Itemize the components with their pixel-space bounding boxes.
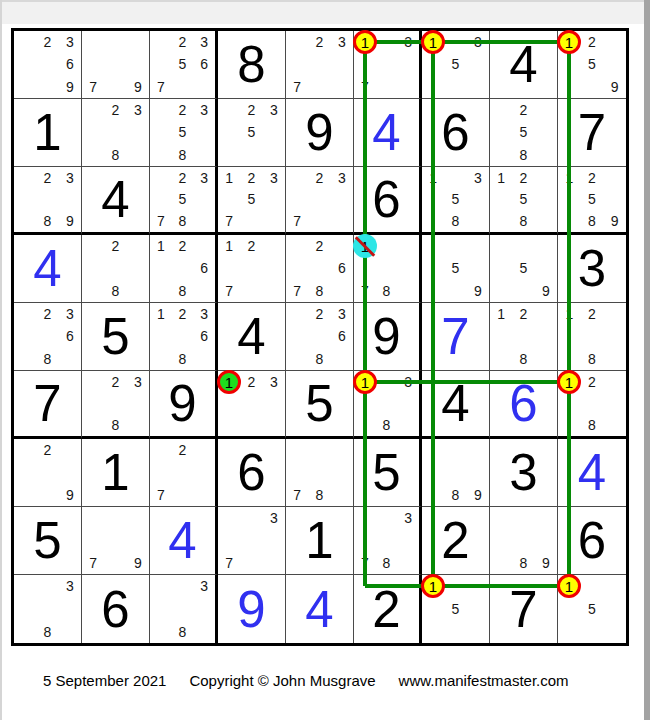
pencil-marks: 1259 — [558, 31, 626, 98]
cell-r1c3: 23567 — [150, 31, 218, 99]
pencil-marks: 127 — [218, 235, 285, 302]
pencil-marks: 123 — [218, 371, 285, 436]
cell-r9c6: 2 — [354, 575, 422, 643]
cell-r8c2: 79 — [82, 507, 150, 575]
given-digit: 8 — [218, 31, 285, 98]
cell-r1c1: 2369 — [14, 31, 82, 99]
pencil-marks: 138 — [354, 371, 419, 436]
cell-r8c5: 1 — [286, 507, 354, 575]
cell-r7c8: 3 — [490, 439, 558, 507]
pencil-marks: 128 — [558, 371, 626, 436]
solved-digit: 9 — [218, 575, 285, 643]
given-digit: 4 — [82, 167, 149, 232]
cell-r7c3: 27 — [150, 439, 218, 507]
cell-r3c5: 237 — [286, 167, 354, 235]
given-digit: 1 — [82, 439, 149, 506]
cell-r8c3: 4 — [150, 507, 218, 575]
given-digit: 6 — [82, 575, 149, 643]
pencil-marks: 235 — [218, 99, 285, 166]
cell-r9c7: 15 — [422, 575, 490, 643]
cell-r6c7: 4 — [422, 371, 490, 439]
cell-r8c7: 2 — [422, 507, 490, 575]
cell-r8c6: 378 — [354, 507, 422, 575]
pencil-marks: 2368 — [14, 303, 81, 370]
cell-r1c7: 135 — [422, 31, 490, 99]
page-left-edge — [0, 0, 2, 720]
given-digit: 6 — [218, 439, 285, 506]
given-digit: 9 — [286, 99, 353, 166]
cell-r7c2: 1 — [82, 439, 150, 507]
given-digit: 2 — [422, 507, 489, 574]
cell-r6c9: 128 — [558, 371, 626, 439]
pencil-marks: 135 — [422, 31, 489, 98]
cell-r6c2: 238 — [82, 371, 150, 439]
sudoku-board: 2369792356782371371354125912382358235946… — [11, 28, 629, 646]
cell-r2c1: 1 — [14, 99, 82, 167]
given-digit: 4 — [490, 31, 557, 98]
pencil-marks: 2368 — [286, 303, 353, 370]
pencil-marks: 12357 — [218, 167, 285, 232]
cell-r4c2: 28 — [82, 235, 150, 303]
cell-r3c9: 12589 — [558, 167, 626, 235]
cell-r5c1: 2368 — [14, 303, 82, 371]
cell-r3c2: 4 — [82, 167, 150, 235]
pencil-marks: 15 — [422, 575, 489, 643]
given-digit: 1 — [286, 507, 353, 574]
cell-r9c3: 38 — [150, 575, 218, 643]
cell-r2c9: 7 — [558, 99, 626, 167]
cell-r9c9: 15 — [558, 575, 626, 643]
pencil-marks: 29 — [14, 439, 81, 506]
pencil-marks: 23578 — [150, 167, 215, 232]
pencil-marks: 258 — [490, 99, 557, 166]
pencil-marks: 28 — [82, 235, 149, 302]
cell-r5c2: 5 — [82, 303, 150, 371]
solved-digit: 7 — [422, 303, 489, 370]
cell-r5c9: 128 — [558, 303, 626, 371]
cell-r7c5: 78 — [286, 439, 354, 507]
given-digit: 4 — [422, 371, 489, 436]
pencil-marks: 128 — [490, 303, 557, 370]
footer-date: 5 September 2021 — [43, 672, 166, 689]
given-digit: 5 — [354, 439, 419, 506]
solved-digit: 4 — [150, 507, 215, 574]
cell-r5c7: 7 — [422, 303, 490, 371]
cell-r9c5: 4 — [286, 575, 354, 643]
cell-r6c8: 6 — [490, 371, 558, 439]
cell-r6c4: 123 — [218, 371, 286, 439]
cell-r4c3: 1268 — [150, 235, 218, 303]
cell-r4c6: 178 — [354, 235, 422, 303]
pencil-marks: 78 — [286, 439, 353, 506]
pencil-marks: 37 — [218, 507, 285, 574]
given-digit: 5 — [286, 371, 353, 436]
cell-r7c9: 4 — [558, 439, 626, 507]
given-digit: 7 — [558, 99, 626, 166]
given-digit: 6 — [422, 99, 489, 166]
solved-digit: 6 — [490, 371, 557, 436]
cell-r4c7: 59 — [422, 235, 490, 303]
cell-r3c8: 1258 — [490, 167, 558, 235]
given-digit: 9 — [150, 371, 215, 436]
given-digit: 7 — [14, 371, 81, 436]
cell-r4c9: 3 — [558, 235, 626, 303]
cell-r3c3: 23578 — [150, 167, 218, 235]
given-digit: 9 — [354, 303, 419, 370]
pencil-marks: 79 — [82, 31, 149, 98]
cell-r2c4: 235 — [218, 99, 286, 167]
cell-r2c8: 258 — [490, 99, 558, 167]
cell-r6c3: 9 — [150, 371, 218, 439]
pencil-marks: 2358 — [150, 99, 215, 166]
cell-r4c1: 4 — [14, 235, 82, 303]
given-digit: 1 — [14, 99, 81, 166]
cell-r7c6: 5 — [354, 439, 422, 507]
pencil-marks: 2389 — [14, 167, 81, 232]
solved-digit: 4 — [14, 235, 81, 302]
cell-r8c1: 5 — [14, 507, 82, 575]
cell-r1c4: 8 — [218, 31, 286, 99]
given-digit: 5 — [14, 507, 81, 574]
pencil-marks: 238 — [82, 99, 149, 166]
given-digit: 7 — [490, 575, 557, 643]
pencil-marks: 27 — [150, 439, 215, 506]
cell-r4c5: 2678 — [286, 235, 354, 303]
pencil-marks: 1358 — [422, 167, 489, 232]
cell-r2c5: 9 — [286, 99, 354, 167]
pencil-marks: 59 — [422, 235, 489, 302]
cell-r7c4: 6 — [218, 439, 286, 507]
given-digit: 6 — [558, 507, 626, 574]
pencil-marks: 38 — [150, 575, 215, 643]
cell-r3c4: 12357 — [218, 167, 286, 235]
cell-r4c8: 59 — [490, 235, 558, 303]
cell-r5c5: 2368 — [286, 303, 354, 371]
given-digit: 6 — [354, 167, 419, 232]
solved-digit: 4 — [286, 575, 353, 643]
pencil-marks: 12589 — [558, 167, 626, 232]
cell-r8c4: 37 — [218, 507, 286, 575]
cell-r8c9: 6 — [558, 507, 626, 575]
cell-r9c8: 7 — [490, 575, 558, 643]
pencil-marks: 23567 — [150, 31, 215, 98]
cell-r4c4: 127 — [218, 235, 286, 303]
pencil-marks: 15 — [558, 575, 626, 643]
cell-r1c2: 79 — [82, 31, 150, 99]
cell-r8c8: 89 — [490, 507, 558, 575]
pencil-marks: 2369 — [14, 31, 81, 98]
cell-r1c8: 4 — [490, 31, 558, 99]
cell-r3c7: 1358 — [422, 167, 490, 235]
solved-digit: 4 — [558, 439, 626, 506]
footer-copyright: Copyright © John Musgrave — [189, 672, 375, 689]
page-top-strip — [0, 0, 650, 24]
cell-r5c8: 128 — [490, 303, 558, 371]
pencil-marks: 238 — [82, 371, 149, 436]
cell-r2c2: 238 — [82, 99, 150, 167]
pencil-marks: 1268 — [150, 235, 215, 302]
cell-r7c1: 29 — [14, 439, 82, 507]
given-digit: 3 — [558, 235, 626, 302]
cell-r3c1: 2389 — [14, 167, 82, 235]
pencil-marks: 378 — [354, 507, 419, 574]
cell-r2c3: 2358 — [150, 99, 218, 167]
given-digit: 3 — [490, 439, 557, 506]
footer-website: www.manifestmaster.com — [399, 672, 569, 689]
pencil-marks: 2678 — [286, 235, 353, 302]
cell-r6c6: 138 — [354, 371, 422, 439]
cell-r5c6: 9 — [354, 303, 422, 371]
cell-r6c1: 7 — [14, 371, 82, 439]
pencil-marks: 59 — [490, 235, 557, 302]
pencil-marks: 137 — [354, 31, 419, 98]
cell-r5c3: 12368 — [150, 303, 218, 371]
cell-r2c6: 4 — [354, 99, 422, 167]
pencil-marks: 128 — [558, 303, 626, 370]
pencil-marks: 237 — [286, 31, 353, 98]
cell-r5c4: 4 — [218, 303, 286, 371]
pencil-marks: 79 — [82, 507, 149, 574]
pencil-marks: 12368 — [150, 303, 215, 370]
cell-r1c9: 1259 — [558, 31, 626, 99]
given-digit: 5 — [82, 303, 149, 370]
cell-r6c5: 5 — [286, 371, 354, 439]
pencil-marks: 89 — [422, 439, 489, 506]
cell-r9c2: 6 — [82, 575, 150, 643]
cell-r9c1: 38 — [14, 575, 82, 643]
cell-r3c6: 6 — [354, 167, 422, 235]
given-digit: 4 — [218, 303, 285, 370]
pencil-marks: 89 — [490, 507, 557, 574]
cell-r9c4: 9 — [218, 575, 286, 643]
given-digit: 2 — [354, 575, 419, 643]
pencil-marks: 38 — [14, 575, 81, 643]
pencil-marks: 1258 — [490, 167, 557, 232]
solved-digit: 4 — [354, 99, 419, 166]
scrollbar-track — [644, 0, 650, 720]
cell-r1c6: 137 — [354, 31, 422, 99]
footer: 5 September 2021 Copyright © John Musgra… — [43, 672, 569, 689]
pencil-marks: 237 — [286, 167, 353, 232]
pencil-marks: 178 — [354, 235, 419, 302]
cell-r2c7: 6 — [422, 99, 490, 167]
cell-r1c5: 237 — [286, 31, 354, 99]
cell-r7c7: 89 — [422, 439, 490, 507]
